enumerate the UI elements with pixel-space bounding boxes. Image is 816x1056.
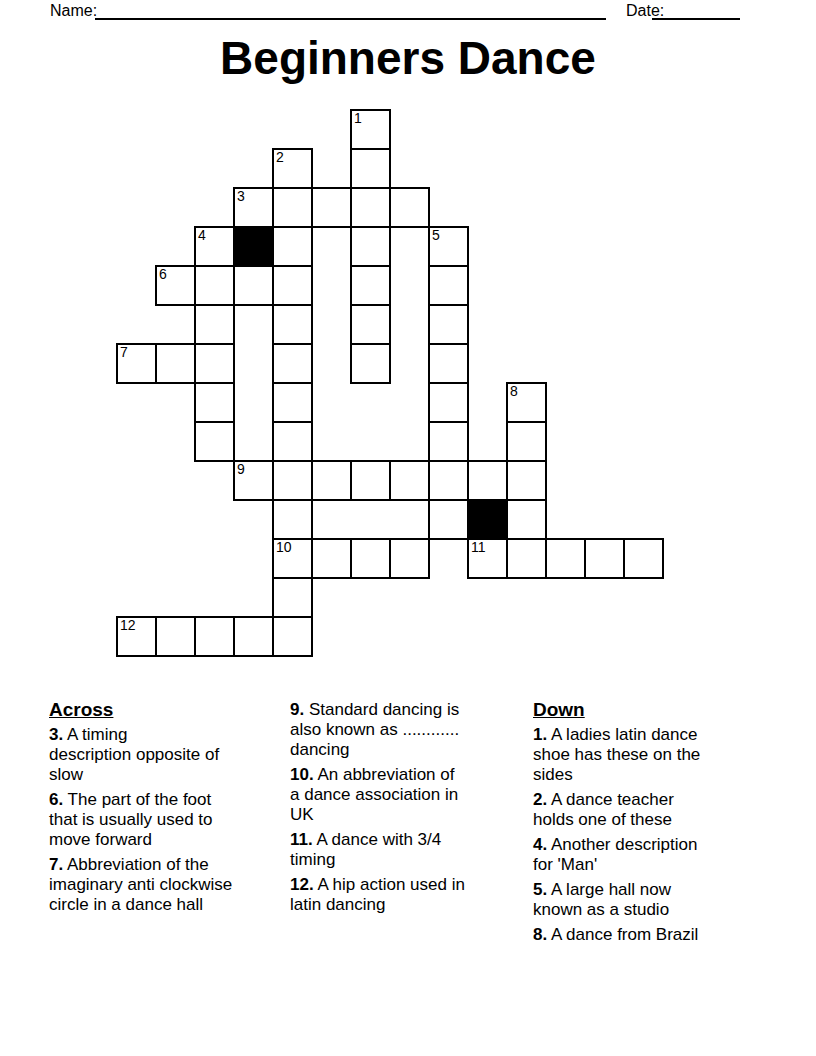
grid-cell[interactable] [272, 499, 313, 540]
clue-text: A large hall now known as a studio [533, 880, 671, 919]
clue-8: 8. A dance from Brazil [533, 925, 785, 945]
grid-cell[interactable] [350, 265, 391, 306]
cell-number: 1 [354, 111, 362, 126]
clue-7: 7. Abbreviation of the imaginary anti cl… [49, 855, 289, 915]
cell-number: 6 [159, 267, 167, 282]
grid-cell[interactable] [194, 265, 235, 306]
clue-text: A ladies latin dance shoe has these on t… [533, 725, 700, 784]
cell-number: 9 [237, 462, 245, 477]
grid-cell[interactable]: 1 [350, 109, 391, 150]
clue-number: 5. [533, 880, 547, 899]
cell-number: 3 [237, 189, 245, 204]
grid-cell[interactable] [350, 460, 391, 501]
grid-cell[interactable] [155, 343, 196, 384]
grid-cell[interactable] [272, 460, 313, 501]
grid-cell[interactable]: 3 [233, 187, 274, 228]
grid-cell[interactable] [506, 499, 547, 540]
clue-5: 5. A large hall now known as a studio [533, 880, 785, 920]
grid-cell[interactable] [272, 187, 313, 228]
clue-number: 4. [533, 835, 547, 854]
name-label: Name: [50, 2, 97, 19]
grid-cell[interactable] [194, 616, 235, 657]
black-cell [467, 499, 508, 540]
grid-cell[interactable] [194, 343, 235, 384]
grid-cell[interactable] [311, 187, 352, 228]
cell-number: 8 [510, 384, 518, 399]
cell-number: 4 [198, 228, 206, 243]
clue-text: A dance with 3/4 timing [290, 830, 441, 869]
grid-cell[interactable] [623, 538, 664, 579]
clue-10: 10. An abbreviation of a dance associati… [290, 765, 530, 825]
grid-cell[interactable] [272, 616, 313, 657]
grid-cell[interactable] [194, 421, 235, 462]
clue-text: A dance teacher holds one of these [533, 790, 674, 829]
clue-number: 12. [290, 875, 314, 894]
grid-cell[interactable] [350, 538, 391, 579]
clue-number: 1. [533, 725, 547, 744]
clue-column-down: Down1. A ladies latin dance shoe has the… [533, 700, 785, 950]
grid-cell[interactable] [194, 304, 235, 345]
grid-cell[interactable] [389, 460, 430, 501]
down-heading: Down [533, 700, 785, 720]
grid-cell[interactable] [428, 382, 469, 423]
grid-cell[interactable]: 4 [194, 226, 235, 267]
name-blank-line[interactable] [95, 1, 606, 20]
clue-text: Standard dancing is also known as ......… [290, 700, 459, 759]
grid-cell[interactable] [506, 538, 547, 579]
grid-cell[interactable] [584, 538, 625, 579]
grid-cell[interactable] [428, 460, 469, 501]
clue-number: 9. [290, 700, 304, 719]
clue-12: 12. A hip action used in latin dancing [290, 875, 530, 915]
grid-cell[interactable] [428, 343, 469, 384]
grid-cell[interactable] [194, 382, 235, 423]
grid-cell[interactable] [389, 538, 430, 579]
grid-cell[interactable]: 8 [506, 382, 547, 423]
clue-number: 7. [49, 855, 63, 874]
grid-cell[interactable] [506, 460, 547, 501]
cell-number: 11 [471, 540, 486, 555]
clue-column-across-continued: 9. Standard dancing is also known as ...… [290, 700, 530, 920]
grid-cell[interactable] [506, 421, 547, 462]
grid-cell[interactable] [272, 577, 313, 618]
clue-text: The part of the foot that is usually use… [49, 790, 212, 849]
clue-number: 2. [533, 790, 547, 809]
grid-cell[interactable]: 6 [155, 265, 196, 306]
cell-number: 2 [276, 150, 284, 165]
date-blank-line[interactable] [652, 1, 740, 20]
grid-cell[interactable]: 5 [428, 226, 469, 267]
clue-number: 11. [290, 830, 313, 849]
clue-text: An abbreviation of a dance association i… [290, 765, 458, 824]
clue-1: 1. A ladies latin dance shoe has these o… [533, 725, 785, 785]
puzzle-title: Beginners Dance [0, 30, 816, 86]
grid-cell[interactable] [350, 343, 391, 384]
cell-number: 7 [120, 345, 128, 360]
clue-number: 3. [49, 725, 63, 744]
clue-text: A hip action used in latin dancing [290, 875, 465, 914]
grid-cell[interactable]: 10 [272, 538, 313, 579]
grid-cell[interactable] [272, 304, 313, 345]
grid-cell[interactable] [428, 499, 469, 540]
clue-column-across: Across3. A timing description opposite o… [49, 700, 289, 920]
clue-6: 6. The part of the foot that is usually … [49, 790, 289, 850]
grid-cell[interactable] [311, 538, 352, 579]
clue-number: 6. [49, 790, 63, 809]
clue-4: 4. Another description for 'Man' [533, 835, 785, 875]
grid-cell[interactable] [272, 421, 313, 462]
crossword-worksheet: Name: Date: Beginners Dance 123456789101… [0, 0, 816, 1056]
cell-number: 10 [276, 540, 292, 555]
grid-cell[interactable] [272, 226, 313, 267]
across-heading: Across [49, 700, 289, 720]
grid-cell[interactable]: 7 [116, 343, 157, 384]
grid-cell[interactable] [272, 382, 313, 423]
grid-cell[interactable] [389, 187, 430, 228]
clue-text: A dance from Brazil [551, 925, 698, 944]
grid-cell[interactable] [233, 616, 274, 657]
clue-text: A timing description opposite of slow [49, 725, 219, 784]
grid-cell[interactable] [545, 538, 586, 579]
grid-cell[interactable]: 12 [116, 616, 157, 657]
grid-cell[interactable] [428, 421, 469, 462]
grid-cell[interactable] [233, 265, 274, 306]
clue-text: Another description for 'Man' [533, 835, 697, 874]
grid-cell[interactable] [272, 343, 313, 384]
grid-cell[interactable] [428, 304, 469, 345]
grid-cell[interactable] [311, 460, 352, 501]
grid-cell[interactable] [350, 148, 391, 189]
crossword-grid: 123456789101112 [117, 110, 663, 656]
clue-9: 9. Standard dancing is also known as ...… [290, 700, 530, 760]
clue-11: 11. A dance with 3/4 timing [290, 830, 530, 870]
clue-2: 2. A dance teacher holds one of these [533, 790, 785, 830]
grid-cell[interactable]: 9 [233, 460, 274, 501]
clue-3: 3. A timing description opposite of slow [49, 725, 289, 785]
grid-cell[interactable] [350, 187, 391, 228]
clue-number: 8. [533, 925, 547, 944]
cell-number: 12 [120, 618, 136, 633]
grid-cell[interactable] [272, 265, 313, 306]
grid-cell[interactable] [155, 616, 196, 657]
clue-number: 10. [290, 765, 314, 784]
grid-cell[interactable] [467, 460, 508, 501]
black-cell [233, 226, 274, 267]
grid-cell[interactable]: 2 [272, 148, 313, 189]
grid-cell[interactable] [350, 226, 391, 267]
clue-text: Abbreviation of the imaginary anti clock… [49, 855, 232, 914]
cell-number: 5 [432, 228, 440, 243]
grid-cell[interactable]: 11 [467, 538, 508, 579]
grid-cell[interactable] [428, 265, 469, 306]
grid-cell[interactable] [350, 304, 391, 345]
